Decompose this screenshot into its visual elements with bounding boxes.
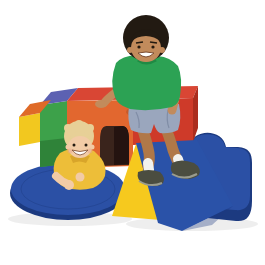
- toddler-eye-left: [73, 144, 76, 147]
- tunnel-arch-inner: [114, 126, 129, 165]
- yellow-step-front: [19, 113, 40, 146]
- soft-play-illustration: [0, 0, 265, 265]
- boy-eye-right: [151, 45, 154, 48]
- toddler-cheek-left: [68, 149, 73, 154]
- toddler-hair-curl-left: [64, 124, 72, 132]
- toddler-hair-curl-right: [86, 124, 94, 132]
- toddler-fist-right: [76, 173, 85, 182]
- boy-hand-left: [95, 100, 107, 108]
- boy-eye-left: [137, 45, 140, 48]
- toddler-eye-right: [85, 144, 88, 147]
- toddler-hair-curl-top: [75, 120, 83, 128]
- boy-brow-right: [150, 42, 157, 43]
- toddler-cheek-right: [88, 149, 93, 154]
- boy-sock-left: [148, 163, 149, 170]
- product-photo: [0, 0, 265, 265]
- toddler-fist-left: [64, 180, 74, 190]
- boy-brow-left: [136, 42, 143, 43]
